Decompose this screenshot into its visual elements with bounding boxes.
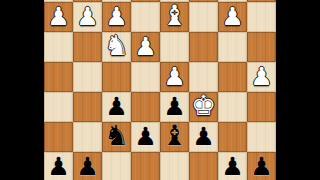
square-c2 <box>189 2 218 32</box>
square-a5 <box>247 92 276 122</box>
square-g4 <box>73 62 102 92</box>
square-e5 <box>131 92 160 122</box>
black-pawn-d5: ♟ <box>163 94 185 119</box>
square-e6: ♟ <box>131 122 160 152</box>
square-b4 <box>218 62 247 92</box>
white-pawn-b2: ♟ <box>221 4 243 29</box>
white-pawn-a4: ♟ <box>250 64 272 89</box>
white-pawn-e3: ♟ <box>134 34 156 59</box>
black-pawn-h7: ♟ <box>47 154 69 179</box>
white-king-c5: ♚ <box>191 92 216 120</box>
square-g5 <box>73 92 102 122</box>
video-frame: ♟♟♟♝♟♞♟♟♟♟♟♚♞♟♝♟♟♟♟♟ <box>0 0 320 180</box>
white-pawn-g2: ♟ <box>76 4 98 29</box>
square-d5: ♟ <box>160 92 189 122</box>
square-g3 <box>73 32 102 62</box>
square-f6: ♞ <box>102 122 131 152</box>
white-pawn-f2: ♟ <box>105 4 127 29</box>
square-d2: ♝ <box>160 2 189 32</box>
white-knight-f3: ♞ <box>104 32 129 60</box>
square-a4: ♟ <box>247 62 276 92</box>
square-g7: ♟ <box>73 152 102 180</box>
square-c3 <box>189 32 218 62</box>
square-g6 <box>73 122 102 152</box>
square-f3: ♞ <box>102 32 131 62</box>
white-pawn-h2: ♟ <box>47 4 69 29</box>
square-d4: ♟ <box>160 62 189 92</box>
square-c4 <box>189 62 218 92</box>
square-a2 <box>247 2 276 32</box>
letterbox-right <box>276 0 320 180</box>
square-a6 <box>247 122 276 152</box>
square-f5: ♟ <box>102 92 131 122</box>
square-d3 <box>160 32 189 62</box>
square-d7 <box>160 152 189 180</box>
black-knight-f6: ♞ <box>104 122 129 150</box>
square-h5 <box>44 92 73 122</box>
square-h6 <box>44 122 73 152</box>
black-pawn-c6: ♟ <box>192 124 214 149</box>
square-h7: ♟ <box>44 152 73 180</box>
square-a7: ♟ <box>247 152 276 180</box>
square-c7 <box>189 152 218 180</box>
black-pawn-a7: ♟ <box>250 154 272 179</box>
square-e2 <box>131 2 160 32</box>
white-bishop-d2: ♝ <box>162 2 187 30</box>
square-d6: ♝ <box>160 122 189 152</box>
square-h3 <box>44 32 73 62</box>
black-pawn-b7: ♟ <box>221 154 243 179</box>
square-a3 <box>247 32 276 62</box>
black-pawn-g7: ♟ <box>76 154 98 179</box>
square-f7 <box>102 152 131 180</box>
square-e4 <box>131 62 160 92</box>
square-e7 <box>131 152 160 180</box>
square-b5 <box>218 92 247 122</box>
square-c6: ♟ <box>189 122 218 152</box>
square-h2: ♟ <box>44 2 73 32</box>
chess-board: ♟♟♟♝♟♞♟♟♟♟♟♚♞♟♝♟♟♟♟♟ <box>44 0 276 180</box>
square-h4 <box>44 62 73 92</box>
square-b7: ♟ <box>218 152 247 180</box>
black-pawn-e6: ♟ <box>134 124 156 149</box>
black-bishop-d6: ♝ <box>162 122 187 150</box>
square-b2: ♟ <box>218 2 247 32</box>
square-f2: ♟ <box>102 2 131 32</box>
square-c5: ♚ <box>189 92 218 122</box>
black-pawn-f5: ♟ <box>105 94 127 119</box>
square-f4 <box>102 62 131 92</box>
letterbox-left <box>0 0 44 180</box>
square-e3: ♟ <box>131 32 160 62</box>
square-b3 <box>218 32 247 62</box>
square-g2: ♟ <box>73 2 102 32</box>
white-pawn-d4: ♟ <box>163 64 185 89</box>
square-b6 <box>218 122 247 152</box>
